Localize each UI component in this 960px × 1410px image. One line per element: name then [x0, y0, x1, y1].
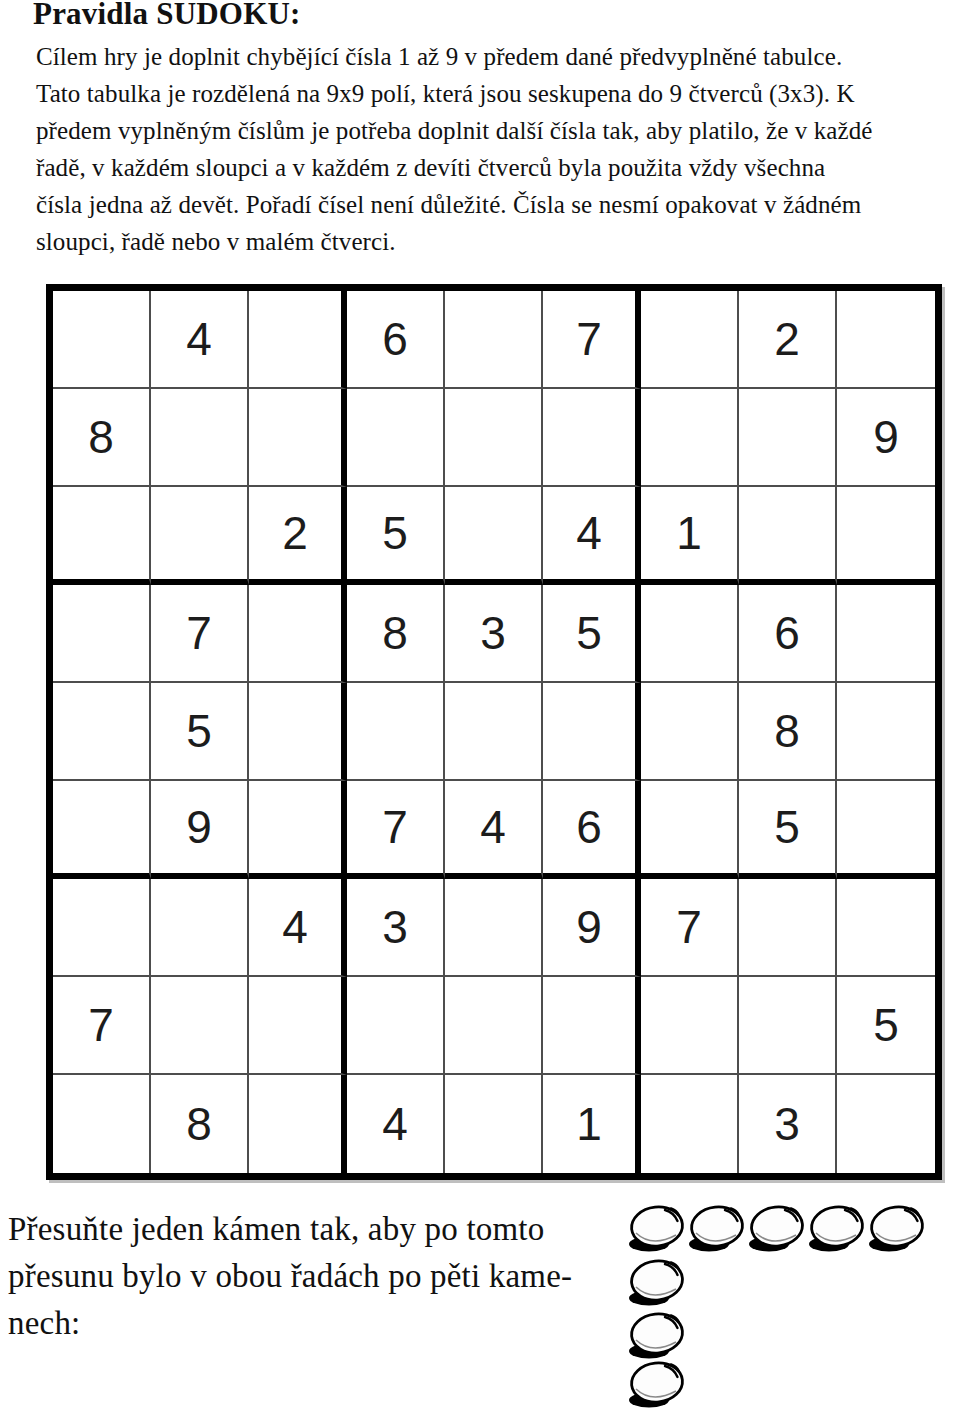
sudoku-cell-r5c5: [445, 683, 543, 781]
sudoku-cell-r6c7: [641, 781, 739, 879]
sudoku-cell-r9c3: [249, 1075, 347, 1173]
page-title: Pravidla SUDOKU:: [33, 0, 301, 32]
sudoku-cell-r9c4: 4: [347, 1075, 445, 1173]
sudoku-cell-r3c6: 4: [543, 487, 641, 585]
sudoku-cell-r4c6: 5: [543, 585, 641, 683]
sudoku-cell-r4c1: [53, 585, 151, 683]
stone-piece-8: [628, 1359, 686, 1409]
sudoku-cell-r3c1: [53, 487, 151, 585]
sudoku-cell-r6c9: [837, 781, 935, 879]
sudoku-cell-r2c9: 9: [837, 389, 935, 487]
sudoku-cell-r6c8: 5: [739, 781, 837, 879]
document-page: Pravidla SUDOKU: Cílem hry je doplnit ch…: [0, 0, 960, 1410]
sudoku-cell-r6c1: [53, 781, 151, 879]
sudoku-cell-r8c8: [739, 977, 837, 1075]
sudoku-cell-r1c7: [641, 291, 739, 389]
sudoku-cell-r1c1: [53, 291, 151, 389]
sudoku-cell-r8c1: 7: [53, 977, 151, 1075]
stone-prompt-line-2: přesunu bylo v obou řadách po pěti kame-: [8, 1253, 648, 1300]
sudoku-cell-r3c7: 1: [641, 487, 739, 585]
rules-line-1: Cílem hry je doplnit chybějící čísla 1 a…: [36, 38, 956, 75]
stone-piece-1: [628, 1203, 686, 1253]
sudoku-cell-r7c2: [151, 879, 249, 977]
sudoku-cell-r5c1: [53, 683, 151, 781]
sudoku-cell-r2c6: [543, 389, 641, 487]
sudoku-cell-r7c1: [53, 879, 151, 977]
sudoku-grid: 46728925417835658974654397758413: [46, 284, 942, 1180]
sudoku-cell-r9c6: 1: [543, 1075, 641, 1173]
sudoku-cell-r8c5: [445, 977, 543, 1075]
sudoku-cell-r5c3: [249, 683, 347, 781]
stone-piece-3: [748, 1203, 806, 1253]
sudoku-cell-r1c9: [837, 291, 935, 389]
sudoku-cell-r7c9: [837, 879, 935, 977]
sudoku-cell-r9c9: [837, 1075, 935, 1173]
stone-piece-5: [868, 1203, 926, 1253]
sudoku-cell-r1c5: [445, 291, 543, 389]
sudoku-cell-r8c7: [641, 977, 739, 1075]
sudoku-cell-r9c7: [641, 1075, 739, 1173]
sudoku-cell-r7c6: 9: [543, 879, 641, 977]
sudoku-cell-r4c7: [641, 585, 739, 683]
rules-line-5: čísla jedna až devět. Pořadí čísel není …: [36, 186, 956, 223]
sudoku-cell-r3c2: [151, 487, 249, 585]
sudoku-cell-r3c5: [445, 487, 543, 585]
stones-figure: [628, 1203, 938, 1410]
sudoku-cell-r1c2: 4: [151, 291, 249, 389]
sudoku-cell-r2c5: [445, 389, 543, 487]
sudoku-cell-r2c2: [151, 389, 249, 487]
sudoku-cell-r1c6: 7: [543, 291, 641, 389]
sudoku-cell-r2c1: 8: [53, 389, 151, 487]
sudoku-cell-r4c5: 3: [445, 585, 543, 683]
sudoku-cell-r8c9: 5: [837, 977, 935, 1075]
sudoku-cell-r4c3: [249, 585, 347, 683]
sudoku-cell-r5c8: 8: [739, 683, 837, 781]
rules-line-4: řadě, v každém sloupci a v každém z deví…: [36, 149, 956, 186]
sudoku-cell-r1c4: 6: [347, 291, 445, 389]
rules-line-6: sloupci, řadě nebo v malém čtverci.: [36, 223, 956, 260]
stone-piece-2: [688, 1203, 746, 1253]
sudoku-cell-r1c3: [249, 291, 347, 389]
stone-puzzle-prompt: Přesuňte jeden kámen tak, aby po tomto p…: [8, 1206, 648, 1347]
sudoku-cell-r4c9: [837, 585, 935, 683]
sudoku-cell-r3c3: 2: [249, 487, 347, 585]
sudoku-cell-r6c6: 6: [543, 781, 641, 879]
sudoku-cell-r9c5: [445, 1075, 543, 1173]
stone-prompt-line-3: nech:: [8, 1300, 648, 1347]
sudoku-cell-r5c2: 5: [151, 683, 249, 781]
rules-line-2: Tato tabulka je rozdělená na 9x9 polí, k…: [36, 75, 956, 112]
sudoku-cell-r9c2: 8: [151, 1075, 249, 1173]
sudoku-cell-r8c3: [249, 977, 347, 1075]
sudoku-cell-r4c2: 7: [151, 585, 249, 683]
sudoku-cell-r2c7: [641, 389, 739, 487]
sudoku-cell-r7c5: [445, 879, 543, 977]
sudoku-cell-r8c2: [151, 977, 249, 1075]
sudoku-cell-r5c4: [347, 683, 445, 781]
sudoku-cell-r7c3: 4: [249, 879, 347, 977]
rules-paragraph: Cílem hry je doplnit chybějící čísla 1 a…: [36, 38, 956, 260]
sudoku-cell-r7c4: 3: [347, 879, 445, 977]
stone-piece-4: [808, 1203, 866, 1253]
sudoku-cell-r5c9: [837, 683, 935, 781]
stone-piece-6: [628, 1257, 686, 1307]
sudoku-cell-r7c7: 7: [641, 879, 739, 977]
sudoku-cell-r3c8: [739, 487, 837, 585]
sudoku-cell-r3c9: [837, 487, 935, 585]
sudoku-cell-r5c6: [543, 683, 641, 781]
sudoku-cell-r6c3: [249, 781, 347, 879]
rules-line-3: předem vyplněným číslům je potřeba dopln…: [36, 112, 956, 149]
stone-prompt-line-1: Přesuňte jeden kámen tak, aby po tomto: [8, 1206, 648, 1253]
sudoku-cell-r4c4: 8: [347, 585, 445, 683]
sudoku-cell-r1c8: 2: [739, 291, 837, 389]
sudoku-cell-r9c1: [53, 1075, 151, 1173]
sudoku-cell-r5c7: [641, 683, 739, 781]
stone-piece-7: [628, 1310, 686, 1360]
sudoku-cell-r7c8: [739, 879, 837, 977]
sudoku-cell-r8c6: [543, 977, 641, 1075]
sudoku-cell-r9c8: 3: [739, 1075, 837, 1173]
sudoku-cell-r3c4: 5: [347, 487, 445, 585]
sudoku-cell-r2c4: [347, 389, 445, 487]
sudoku-cell-r4c8: 6: [739, 585, 837, 683]
sudoku-cell-r6c4: 7: [347, 781, 445, 879]
sudoku-cell-r2c8: [739, 389, 837, 487]
sudoku-cell-r2c3: [249, 389, 347, 487]
sudoku-cell-r6c2: 9: [151, 781, 249, 879]
sudoku-cell-r8c4: [347, 977, 445, 1075]
sudoku-cell-r6c5: 4: [445, 781, 543, 879]
